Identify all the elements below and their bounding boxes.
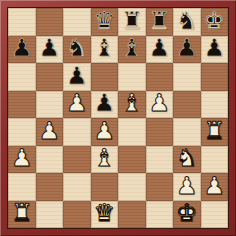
black-pawn[interactable]: ♟ (66, 64, 88, 88)
black-bishop[interactable]: ♝ (93, 36, 115, 60)
square-a1[interactable]: ♜ (8, 201, 36, 229)
square-g2[interactable]: ♟ (173, 173, 201, 201)
square-f2[interactable] (146, 173, 174, 201)
white-pawn[interactable]: ♟ (176, 174, 198, 198)
square-d6[interactable] (91, 63, 119, 91)
square-g5[interactable] (173, 91, 201, 119)
black-knight[interactable]: ♞ (176, 9, 198, 33)
square-c5[interactable]: ♟ (63, 91, 91, 119)
square-e3[interactable] (118, 146, 146, 174)
square-f8[interactable]: ♜ (146, 8, 174, 36)
square-c3[interactable] (63, 146, 91, 174)
square-d7[interactable]: ♝ (91, 36, 119, 64)
white-rook[interactable]: ♜ (11, 201, 33, 225)
square-d3[interactable]: ♝ (91, 146, 119, 174)
square-g3[interactable]: ♞ (173, 146, 201, 174)
white-rook[interactable]: ♜ (203, 119, 225, 143)
square-h5[interactable] (201, 91, 229, 119)
square-e1[interactable] (118, 201, 146, 229)
square-a7[interactable]: ♟ (8, 36, 36, 64)
black-rook[interactable]: ♜ (121, 9, 143, 33)
black-pawn[interactable]: ♟ (176, 36, 198, 60)
square-c1[interactable] (63, 201, 91, 229)
square-h8[interactable]: ♚ (201, 8, 229, 36)
square-b7[interactable]: ♟ (36, 36, 64, 64)
square-a6[interactable] (8, 63, 36, 91)
square-a2[interactable] (8, 173, 36, 201)
square-f6[interactable] (146, 63, 174, 91)
square-e7[interactable]: ♝ (118, 36, 146, 64)
square-h7[interactable]: ♟ (201, 36, 229, 64)
square-d4[interactable]: ♟ (91, 118, 119, 146)
square-d1[interactable]: ♛ (91, 201, 119, 229)
black-pawn[interactable]: ♟ (148, 36, 170, 60)
white-pawn[interactable]: ♟ (11, 146, 33, 170)
square-d8[interactable]: ♛ (91, 8, 119, 36)
square-d5[interactable]: ♟ (91, 91, 119, 119)
black-pawn[interactable]: ♟ (93, 91, 115, 115)
square-f5[interactable]: ♟ (146, 91, 174, 119)
square-c2[interactable] (63, 173, 91, 201)
white-pawn[interactable]: ♟ (148, 91, 170, 115)
white-pawn[interactable]: ♟ (93, 119, 115, 143)
white-pawn[interactable]: ♟ (203, 174, 225, 198)
chess-board: ♛♜♜♞♚♟♟♞♝♝♟♟♟♟♟♟♝♟♟♟♜♟♝♞♟♟♜♛♚ (8, 8, 228, 228)
black-bishop[interactable]: ♝ (121, 36, 143, 60)
square-d2[interactable] (91, 173, 119, 201)
square-b1[interactable] (36, 201, 64, 229)
board-frame: ♛♜♜♞♚♟♟♞♝♝♟♟♟♟♟♟♝♟♟♟♜♟♝♞♟♟♜♛♚ (0, 0, 236, 236)
white-bishop[interactable]: ♝ (121, 91, 143, 115)
square-f7[interactable]: ♟ (146, 36, 174, 64)
square-f1[interactable] (146, 201, 174, 229)
square-c6[interactable]: ♟ (63, 63, 91, 91)
square-a5[interactable] (8, 91, 36, 119)
square-f4[interactable] (146, 118, 174, 146)
square-f3[interactable] (146, 146, 174, 174)
black-pawn[interactable]: ♟ (38, 36, 60, 60)
square-h6[interactable] (201, 63, 229, 91)
black-pawn[interactable]: ♟ (11, 36, 33, 60)
square-e5[interactable]: ♝ (118, 91, 146, 119)
square-c4[interactable] (63, 118, 91, 146)
square-b2[interactable] (36, 173, 64, 201)
black-rook[interactable]: ♜ (148, 9, 170, 33)
square-g6[interactable] (173, 63, 201, 91)
black-knight[interactable]: ♞ (66, 36, 88, 60)
square-c8[interactable] (63, 8, 91, 36)
black-king[interactable]: ♚ (203, 9, 225, 33)
square-b3[interactable] (36, 146, 64, 174)
white-bishop[interactable]: ♝ (93, 146, 115, 170)
square-g7[interactable]: ♟ (173, 36, 201, 64)
square-b5[interactable] (36, 91, 64, 119)
square-c7[interactable]: ♞ (63, 36, 91, 64)
square-h3[interactable] (201, 146, 229, 174)
square-b4[interactable]: ♟ (36, 118, 64, 146)
square-g4[interactable] (173, 118, 201, 146)
square-b8[interactable] (36, 8, 64, 36)
square-e8[interactable]: ♜ (118, 8, 146, 36)
square-h1[interactable] (201, 201, 229, 229)
white-pawn[interactable]: ♟ (66, 91, 88, 115)
square-h2[interactable]: ♟ (201, 173, 229, 201)
square-a3[interactable]: ♟ (8, 146, 36, 174)
white-queen[interactable]: ♛ (93, 201, 115, 225)
square-a8[interactable] (8, 8, 36, 36)
white-knight[interactable]: ♞ (176, 146, 198, 170)
white-pawn[interactable]: ♟ (38, 119, 60, 143)
square-h4[interactable]: ♜ (201, 118, 229, 146)
square-e6[interactable] (118, 63, 146, 91)
black-queen[interactable]: ♛ (93, 9, 115, 33)
square-e4[interactable] (118, 118, 146, 146)
square-a4[interactable] (8, 118, 36, 146)
square-g1[interactable]: ♚ (173, 201, 201, 229)
white-king[interactable]: ♚ (176, 201, 198, 225)
black-pawn[interactable]: ♟ (203, 36, 225, 60)
square-b6[interactable] (36, 63, 64, 91)
square-g8[interactable]: ♞ (173, 8, 201, 36)
square-e2[interactable] (118, 173, 146, 201)
